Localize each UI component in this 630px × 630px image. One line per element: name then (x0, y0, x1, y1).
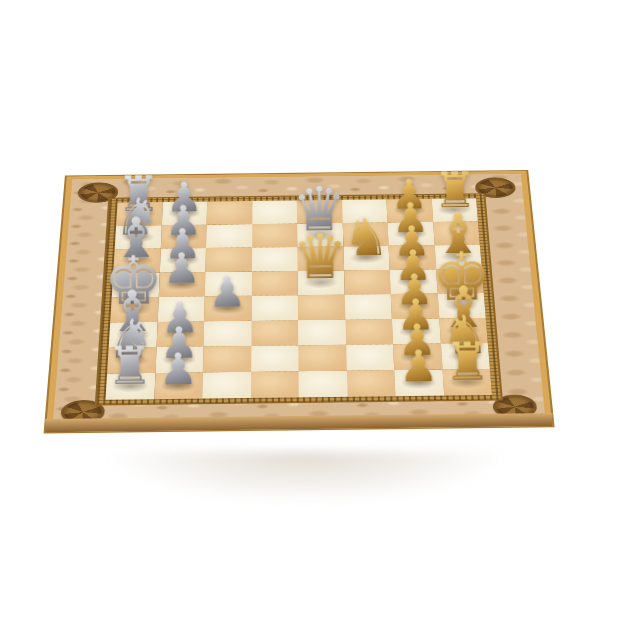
square-g6 (346, 344, 395, 370)
square-h3 (202, 372, 251, 399)
square-h7: ♟ (394, 369, 444, 396)
square-d4 (251, 271, 297, 296)
square-g5 (298, 345, 346, 371)
square-e3: ♟ (204, 296, 251, 321)
square-d5: ♛ (298, 270, 345, 295)
square-a4 (252, 200, 297, 224)
square-d6 (344, 270, 391, 295)
chessboard: ♜♟♟♜♞♟♛♟♝♟♞♟♝♟♛♟♚♟♟♚♝♟♟♝♞♟♟♞♜♟♟♜ (46, 171, 553, 432)
square-f4 (251, 320, 298, 346)
piece-anchor: ♞ (343, 258, 389, 259)
square-e4 (251, 295, 298, 320)
board-grid: ♜♟♟♜♞♟♛♟♝♟♞♟♝♟♛♟♚♟♟♚♝♟♟♝♞♟♟♞♜♟♟♜ (106, 198, 492, 399)
square-b3 (206, 224, 252, 248)
square-a3 (207, 201, 252, 225)
board-edge (45, 413, 553, 432)
square-c4 (251, 247, 297, 271)
piece-silver-rook-h1: ♜ (106, 340, 153, 392)
square-h1: ♜ (106, 373, 155, 400)
square-e6 (344, 294, 392, 319)
piece-anchor: ♟ (395, 382, 443, 383)
square-h5 (299, 371, 348, 398)
piece-gold-pawn-h7: ♟ (399, 345, 439, 389)
table-reflection (104, 452, 508, 504)
greek-key-border: ♜♟♟♜♞♟♛♟♝♟♞♟♝♟♛♟♚♟♟♚♝♟♟♝♞♟♟♞♜♟♟♜ (95, 193, 503, 405)
square-h6 (346, 370, 395, 397)
scene-tilt: ♜♟♟♜♞♟♛♟♝♟♞♟♝♟♛♟♚♟♟♚♝♟♟♝♞♟♟♞♜♟♟♜ (0, 0, 630, 630)
square-f6 (345, 319, 393, 345)
square-e5 (298, 295, 345, 320)
piece-anchor: ♜ (443, 382, 491, 383)
square-f5 (298, 319, 346, 345)
piece-anchor: ♜ (106, 386, 154, 387)
piece-anchor: ♟ (204, 308, 251, 309)
square-b4 (252, 223, 298, 247)
piece-silver-pawn-d2: ♟ (162, 248, 200, 290)
piece-gold-knight-c6: ♞ (343, 211, 390, 263)
square-h4 (250, 371, 298, 398)
product-photo: ♜♟♟♜♞♟♛♟♝♟♞♟♝♟♛♟♚♟♟♚♝♟♟♝♞♟♟♞♜♟♟♜ (0, 0, 630, 630)
piece-anchor: ♟ (159, 284, 205, 285)
piece-anchor: ♟ (154, 385, 202, 386)
piece-gold-rook-h8: ♜ (443, 336, 490, 388)
square-f3 (203, 321, 251, 347)
square-h2: ♟ (154, 372, 203, 399)
piece-anchor: ♛ (298, 282, 344, 283)
piece-silver-pawn-e3: ♟ (208, 271, 246, 314)
piece-gold-queen-d5: ♛ (292, 226, 348, 289)
square-c6: ♞ (343, 246, 390, 270)
square-g4 (251, 345, 299, 371)
piece-silver-pawn-h2: ♟ (158, 348, 198, 392)
square-g3 (203, 346, 251, 372)
square-h8: ♜ (442, 369, 492, 396)
